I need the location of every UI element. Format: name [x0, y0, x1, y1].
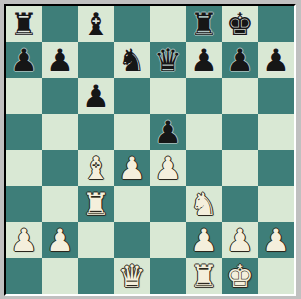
- square-g7[interactable]: ♟: [222, 42, 258, 78]
- square-a7[interactable]: ♟: [6, 42, 42, 78]
- square-a2[interactable]: ♟: [6, 222, 42, 258]
- square-f3[interactable]: ♞: [186, 186, 222, 222]
- black-knight-d7[interactable]: ♞: [118, 42, 146, 78]
- square-a5[interactable]: [6, 114, 42, 150]
- square-g1[interactable]: ♚: [222, 258, 258, 294]
- square-c7[interactable]: [78, 42, 114, 78]
- white-pawn-g2[interactable]: ♟: [226, 222, 254, 258]
- black-pawn-h7[interactable]: ♟: [262, 42, 290, 78]
- black-pawn-e5[interactable]: ♟: [154, 114, 182, 150]
- square-b6[interactable]: [42, 78, 78, 114]
- white-pawn-e4[interactable]: ♟: [154, 150, 182, 186]
- square-c4[interactable]: ♝: [78, 150, 114, 186]
- square-d4[interactable]: ♟: [114, 150, 150, 186]
- black-pawn-g7[interactable]: ♟: [226, 42, 254, 78]
- square-d1[interactable]: ♛: [114, 258, 150, 294]
- square-h5[interactable]: [258, 114, 294, 150]
- square-e2[interactable]: [150, 222, 186, 258]
- white-rook-f1[interactable]: ♜: [190, 258, 218, 294]
- square-h4[interactable]: [258, 150, 294, 186]
- square-c3[interactable]: ♜: [78, 186, 114, 222]
- chess-board: ♜♝♜♚♟♟♞♛♟♟♟♟♟♝♟♟♜♞♟♟♟♟♟♛♜♚: [4, 4, 296, 296]
- black-pawn-a7[interactable]: ♟: [10, 42, 38, 78]
- white-king-g1[interactable]: ♚: [226, 258, 254, 294]
- square-h7[interactable]: ♟: [258, 42, 294, 78]
- square-g8[interactable]: ♚: [222, 6, 258, 42]
- board-frame: ♜♝♜♚♟♟♞♛♟♟♟♟♟♝♟♟♜♞♟♟♟♟♟♛♜♚: [0, 0, 301, 299]
- white-pawn-b2[interactable]: ♟: [46, 222, 74, 258]
- square-f5[interactable]: [186, 114, 222, 150]
- black-rook-f8[interactable]: ♜: [190, 6, 218, 42]
- square-d7[interactable]: ♞: [114, 42, 150, 78]
- square-g6[interactable]: [222, 78, 258, 114]
- black-pawn-c6[interactable]: ♟: [82, 78, 110, 114]
- square-f7[interactable]: ♟: [186, 42, 222, 78]
- white-bishop-c4[interactable]: ♝: [82, 150, 110, 186]
- square-e5[interactable]: ♟: [150, 114, 186, 150]
- square-e6[interactable]: [150, 78, 186, 114]
- white-pawn-f2[interactable]: ♟: [190, 222, 218, 258]
- square-b7[interactable]: ♟: [42, 42, 78, 78]
- square-a6[interactable]: [6, 78, 42, 114]
- black-king-g8[interactable]: ♚: [226, 6, 254, 42]
- square-c6[interactable]: ♟: [78, 78, 114, 114]
- square-d6[interactable]: [114, 78, 150, 114]
- square-d2[interactable]: [114, 222, 150, 258]
- black-pawn-f7[interactable]: ♟: [190, 42, 218, 78]
- black-pawn-b7[interactable]: ♟: [46, 42, 74, 78]
- square-f6[interactable]: [186, 78, 222, 114]
- square-e4[interactable]: ♟: [150, 150, 186, 186]
- square-h3[interactable]: [258, 186, 294, 222]
- square-a4[interactable]: [6, 150, 42, 186]
- square-c1[interactable]: [78, 258, 114, 294]
- white-pawn-h2[interactable]: ♟: [262, 222, 290, 258]
- white-pawn-d4[interactable]: ♟: [118, 150, 146, 186]
- black-rook-a8[interactable]: ♜: [10, 6, 38, 42]
- square-d3[interactable]: [114, 186, 150, 222]
- square-b4[interactable]: [42, 150, 78, 186]
- white-queen-d1[interactable]: ♛: [118, 258, 146, 294]
- white-knight-f3[interactable]: ♞: [190, 186, 218, 222]
- square-b2[interactable]: ♟: [42, 222, 78, 258]
- square-g2[interactable]: ♟: [222, 222, 258, 258]
- square-h8[interactable]: [258, 6, 294, 42]
- square-a1[interactable]: [6, 258, 42, 294]
- square-d8[interactable]: [114, 6, 150, 42]
- square-g3[interactable]: [222, 186, 258, 222]
- square-h2[interactable]: ♟: [258, 222, 294, 258]
- square-f2[interactable]: ♟: [186, 222, 222, 258]
- square-c5[interactable]: [78, 114, 114, 150]
- square-b5[interactable]: [42, 114, 78, 150]
- white-rook-c3[interactable]: ♜: [82, 186, 110, 222]
- square-e3[interactable]: [150, 186, 186, 222]
- square-b8[interactable]: [42, 6, 78, 42]
- square-f1[interactable]: ♜: [186, 258, 222, 294]
- square-f8[interactable]: ♜: [186, 6, 222, 42]
- square-c2[interactable]: [78, 222, 114, 258]
- square-b1[interactable]: [42, 258, 78, 294]
- black-bishop-c8[interactable]: ♝: [82, 6, 110, 42]
- square-g5[interactable]: [222, 114, 258, 150]
- square-h1[interactable]: [258, 258, 294, 294]
- white-pawn-a2[interactable]: ♟: [10, 222, 38, 258]
- square-e7[interactable]: ♛: [150, 42, 186, 78]
- square-b3[interactable]: [42, 186, 78, 222]
- square-c8[interactable]: ♝: [78, 6, 114, 42]
- square-d5[interactable]: [114, 114, 150, 150]
- black-queen-e7[interactable]: ♛: [154, 42, 182, 78]
- square-a8[interactable]: ♜: [6, 6, 42, 42]
- square-h6[interactable]: [258, 78, 294, 114]
- square-e1[interactable]: [150, 258, 186, 294]
- square-g4[interactable]: [222, 150, 258, 186]
- square-a3[interactable]: [6, 186, 42, 222]
- square-e8[interactable]: [150, 6, 186, 42]
- square-f4[interactable]: [186, 150, 222, 186]
